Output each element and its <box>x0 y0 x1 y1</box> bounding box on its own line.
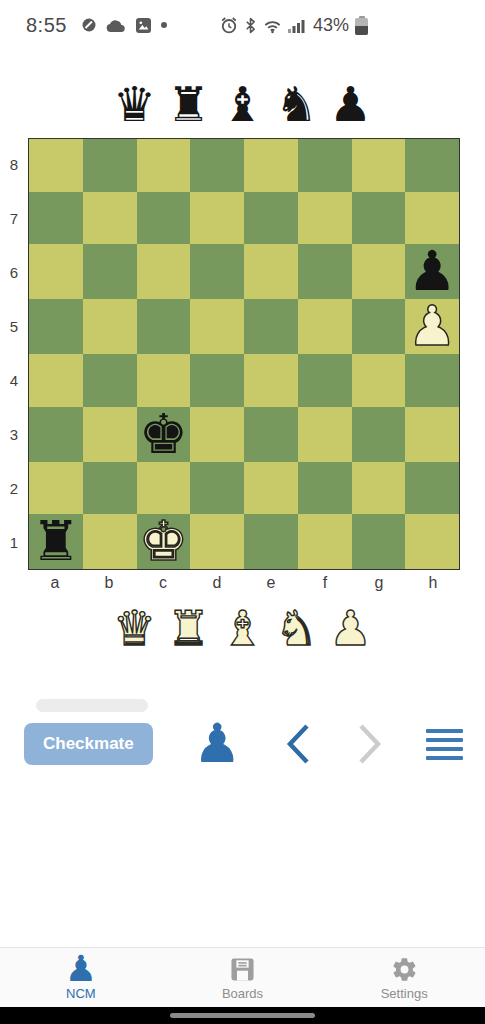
file-label-c: c <box>159 574 167 592</box>
square-e2[interactable] <box>244 462 298 515</box>
square-d3[interactable] <box>190 407 244 462</box>
square-a4[interactable] <box>29 354 83 407</box>
square-f4[interactable] <box>298 354 352 407</box>
square-f2[interactable] <box>298 462 352 515</box>
square-h7[interactable] <box>405 192 459 245</box>
square-a6[interactable] <box>29 244 83 299</box>
clock-time: 8:55 <box>26 14 67 37</box>
chevron-left-icon[interactable] <box>282 721 314 767</box>
square-h5[interactable]: ♟ <box>405 299 459 354</box>
nav-label-boards: Boards <box>222 986 263 1001</box>
square-h3[interactable] <box>405 407 459 462</box>
nav-label-settings: Settings <box>381 986 428 1001</box>
square-b1[interactable] <box>83 514 137 569</box>
square-h6[interactable]: ♟ <box>405 244 459 299</box>
file-labels: abcdefgh <box>28 570 460 596</box>
file-label-f: f <box>323 574 327 592</box>
rank-label-3: 3 <box>10 426 18 443</box>
bluetooth-icon <box>244 16 257 35</box>
status-bar: 8:55 <box>0 0 485 46</box>
panel-remnant <box>36 699 148 712</box>
square-f6[interactable] <box>298 244 352 299</box>
gesture-bar <box>0 1007 485 1024</box>
rank-label-5: 5 <box>10 318 18 335</box>
rank-label-8: 8 <box>10 156 18 173</box>
square-b5[interactable] <box>83 299 137 354</box>
file-label-d: d <box>213 574 222 592</box>
bottom-nav: ♟ NCM Boards Settings <box>0 947 485 1007</box>
square-b8[interactable] <box>83 139 137 192</box>
rank-label-1: 1 <box>10 534 18 551</box>
square-e6[interactable] <box>244 244 298 299</box>
checkmate-status-button[interactable]: Checkmate <box>24 723 153 765</box>
screenshot-icon <box>135 17 152 34</box>
square-c7[interactable] <box>137 192 191 245</box>
captured-white-knight[interactable]: ♞ <box>275 604 318 652</box>
square-g2[interactable] <box>352 462 406 515</box>
file-label-b: b <box>105 574 114 592</box>
cloud-icon <box>106 18 126 33</box>
turn-pawn-icon[interactable]: ♟ <box>193 720 241 768</box>
notification-dot <box>161 22 167 28</box>
square-c1[interactable]: ♚ <box>137 514 191 569</box>
file-label-e: e <box>267 574 276 592</box>
system-icons: 43% <box>220 15 368 36</box>
captured-black-knight[interactable]: ♞ <box>275 80 318 128</box>
square-e1[interactable] <box>244 514 298 569</box>
board-area: 87654321 ♟♟♚♜♚ <box>0 138 485 570</box>
square-e5[interactable] <box>244 299 298 354</box>
square-h4[interactable] <box>405 354 459 407</box>
square-c3[interactable]: ♚ <box>137 407 191 462</box>
square-c8[interactable] <box>137 139 191 192</box>
captured-white-pawn[interactable]: ♟ <box>329 604 372 652</box>
captured-black-queen[interactable]: ♛ <box>113 80 156 128</box>
phone-screen: 8:55 <box>0 0 485 1024</box>
square-d8[interactable] <box>190 139 244 192</box>
captured-white-rook[interactable]: ♜ <box>167 604 210 652</box>
square-b7[interactable] <box>83 192 137 245</box>
nav-tab-ncm[interactable]: ♟ NCM <box>0 948 162 1007</box>
chess-board: ♟♟♚♜♚ <box>28 138 460 570</box>
square-d6[interactable] <box>190 244 244 299</box>
black-king: ♚ <box>139 407 188 462</box>
black-rook: ♜ <box>31 514 80 569</box>
data-saver-icon <box>81 17 97 33</box>
square-c4[interactable] <box>137 354 191 407</box>
rank-label-7: 7 <box>10 210 18 227</box>
floppy-disk-icon <box>229 956 256 983</box>
battery-icon <box>355 16 368 35</box>
square-g5[interactable] <box>352 299 406 354</box>
square-a5[interactable] <box>29 299 83 354</box>
square-g3[interactable] <box>352 407 406 462</box>
captured-black-bishop[interactable]: ♝ <box>221 80 264 128</box>
gear-icon <box>391 956 418 983</box>
square-c2[interactable] <box>137 462 191 515</box>
square-c5[interactable] <box>137 299 191 354</box>
captured-white-bishop[interactable]: ♝ <box>221 604 264 652</box>
wifi-icon <box>263 17 282 34</box>
square-h2[interactable] <box>405 462 459 515</box>
square-b4[interactable] <box>83 354 137 407</box>
rank-label-6: 6 <box>10 264 18 281</box>
square-d7[interactable] <box>190 192 244 245</box>
square-a8[interactable] <box>29 139 83 192</box>
battery-percent: 43% <box>313 15 349 36</box>
captured-black-pawn[interactable]: ♟ <box>329 80 372 128</box>
rank-label-4: 4 <box>10 372 18 389</box>
pawn-icon: ♟ <box>65 953 97 985</box>
square-b6[interactable] <box>83 244 137 299</box>
square-f8[interactable] <box>298 139 352 192</box>
square-g6[interactable] <box>352 244 406 299</box>
controls-row: Checkmate ♟ <box>0 718 485 770</box>
square-d4[interactable] <box>190 354 244 407</box>
square-f3[interactable] <box>298 407 352 462</box>
black-pawn: ♟ <box>407 244 456 299</box>
notification-icons <box>81 17 167 34</box>
square-a2[interactable] <box>29 462 83 515</box>
file-label-a: a <box>51 574 60 592</box>
square-d2[interactable] <box>190 462 244 515</box>
nav-label-ncm: NCM <box>66 986 96 1001</box>
square-h1[interactable] <box>405 514 459 569</box>
rank-label-2: 2 <box>10 480 18 497</box>
square-g4[interactable] <box>352 354 406 407</box>
hamburger-menu-icon[interactable] <box>426 729 463 760</box>
square-c6[interactable] <box>137 244 191 299</box>
nav-tab-settings[interactable]: Settings <box>323 948 485 1007</box>
captured-black-row: ♛♜♝♞♟ <box>0 78 485 128</box>
signal-icon <box>288 17 305 34</box>
square-d5[interactable] <box>190 299 244 354</box>
square-e8[interactable] <box>244 139 298 192</box>
square-f5[interactable] <box>298 299 352 354</box>
white-king: ♚ <box>139 514 188 569</box>
square-a7[interactable] <box>29 192 83 245</box>
square-f1[interactable] <box>298 514 352 569</box>
square-g7[interactable] <box>352 192 406 245</box>
white-pawn: ♟ <box>407 299 456 354</box>
square-e4[interactable] <box>244 354 298 407</box>
square-b3[interactable] <box>83 407 137 462</box>
nav-tab-boards[interactable]: Boards <box>162 948 324 1007</box>
captured-white-queen[interactable]: ♛ <box>113 604 156 652</box>
gesture-handle[interactable] <box>170 1013 315 1018</box>
square-d1[interactable] <box>190 514 244 569</box>
square-h8[interactable] <box>405 139 459 192</box>
square-g8[interactable] <box>352 139 406 192</box>
square-g1[interactable] <box>352 514 406 569</box>
captured-white-row: ♛♜♝♞♟ <box>0 602 485 652</box>
square-e3[interactable] <box>244 407 298 462</box>
square-f7[interactable] <box>298 192 352 245</box>
square-a3[interactable] <box>29 407 83 462</box>
file-label-g: g <box>375 574 384 592</box>
chevron-right-icon[interactable] <box>354 721 386 767</box>
alarm-icon <box>220 16 238 34</box>
captured-black-rook[interactable]: ♜ <box>167 80 210 128</box>
square-e7[interactable] <box>244 192 298 245</box>
rank-labels: 87654321 <box>0 138 28 570</box>
square-b2[interactable] <box>83 462 137 515</box>
square-a1[interactable]: ♜ <box>29 514 83 569</box>
file-label-h: h <box>429 574 438 592</box>
